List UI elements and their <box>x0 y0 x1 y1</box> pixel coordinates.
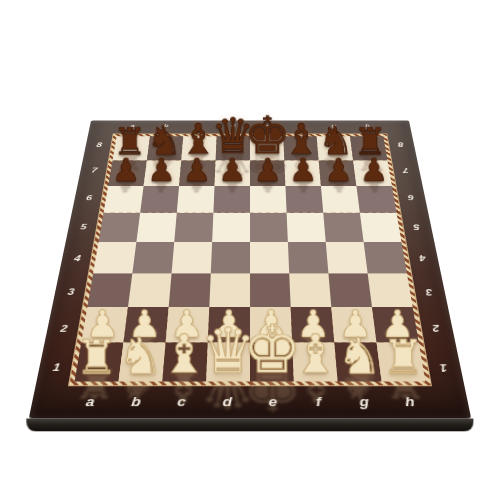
square-g2: ♟♟ <box>331 307 376 343</box>
white-pawn: ♟ <box>170 306 204 342</box>
rank-label: 8 <box>390 132 412 157</box>
square-c6 <box>177 186 215 213</box>
file-label: c <box>183 123 217 130</box>
square-f8: ♝♝ <box>283 136 318 160</box>
square-f6 <box>285 186 323 213</box>
chess-board: ♜♜♞♞♝♝♛♛♚♚♝♝♞♞♜♜♟♟♟♟♟♟♟♟♟♟♟♟♟♟♟♟♟♟♟♟♟♟♟♟… <box>29 120 471 418</box>
square-a6 <box>103 186 143 213</box>
rank-label: 2 <box>49 310 78 348</box>
square-a5 <box>98 213 140 242</box>
square-d4 <box>211 242 250 273</box>
product-photo: ♜♜♞♞♝♝♛♛♚♚♝♝♞♞♜♜♟♟♟♟♟♟♟♟♟♟♟♟♟♟♟♟♟♟♟♟♟♟♟♟… <box>0 0 500 500</box>
file-label: a <box>66 394 114 412</box>
square-a7: ♟♟ <box>108 160 147 186</box>
square-e6 <box>250 186 287 213</box>
square-f1: ♝♝ <box>292 343 338 382</box>
rank-label: 5 <box>71 212 96 242</box>
square-c3 <box>169 273 211 306</box>
rank-label: 7 <box>82 157 105 183</box>
rank-label: 2 <box>422 310 451 348</box>
file-labels-top: abcdefgh <box>115 123 385 130</box>
rank-label: 3 <box>415 275 443 310</box>
square-f4 <box>288 242 329 273</box>
square-b4 <box>132 242 174 273</box>
square-g7: ♟♟ <box>319 160 357 186</box>
white-pawn: ♟ <box>381 306 415 342</box>
square-d6 <box>213 186 250 213</box>
square-h1: ♜♜ <box>377 343 426 382</box>
white-rook: ♜ <box>382 336 424 381</box>
square-f7: ♟♟ <box>284 160 321 186</box>
rank-label: 3 <box>57 275 85 310</box>
square-a2: ♟♟ <box>81 307 128 343</box>
black-pawn: ♟ <box>289 155 317 185</box>
square-b8: ♞♞ <box>147 136 183 160</box>
white-knight: ♞ <box>118 332 163 380</box>
square-d7: ♟♟ <box>215 160 250 186</box>
square-a3 <box>87 273 132 306</box>
file-labels-bottom: abcdefgh <box>66 394 435 412</box>
rank-label: 4 <box>64 242 91 274</box>
rank-label: 4 <box>409 242 436 274</box>
rank-label: 1 <box>41 347 72 388</box>
square-c4 <box>172 242 213 273</box>
black-rook: ♜ <box>354 124 387 159</box>
rank-label: 6 <box>399 184 423 212</box>
rank-label: 7 <box>394 157 417 183</box>
square-b5 <box>136 213 176 242</box>
white-knight: ♞ <box>337 332 382 380</box>
square-b1: ♞♞ <box>118 343 165 382</box>
square-h2: ♟♟ <box>372 307 419 343</box>
square-e5 <box>250 213 288 242</box>
perspective-scene: ♜♜♞♞♝♝♛♛♚♚♝♝♞♞♜♜♟♟♟♟♟♟♟♟♟♟♟♟♟♟♟♟♟♟♟♟♟♟♟♟… <box>0 0 500 500</box>
square-c5 <box>174 213 213 242</box>
square-f2: ♟♟ <box>291 307 335 343</box>
white-queen: ♛ <box>200 321 256 380</box>
square-h7: ♟♟ <box>353 160 392 186</box>
file-label: e <box>250 394 296 412</box>
square-c1: ♝♝ <box>162 343 208 382</box>
square-f3 <box>289 273 331 306</box>
square-a8: ♜♜ <box>113 136 150 160</box>
black-pawn: ♟ <box>183 155 211 185</box>
square-d2: ♟♟ <box>208 307 250 343</box>
square-d8: ♛♛ <box>216 136 250 160</box>
square-h4 <box>364 242 407 273</box>
file-label: h <box>350 123 385 130</box>
black-pawn: ♟ <box>147 155 175 185</box>
square-e1: ♚♚ <box>250 343 294 382</box>
rank-label: 6 <box>77 184 101 212</box>
rank-label: 8 <box>88 132 110 157</box>
square-e8: ♚♚ <box>250 136 284 160</box>
square-g5 <box>323 213 363 242</box>
white-pawn: ♟ <box>212 306 246 342</box>
black-pawn: ♟ <box>112 155 140 185</box>
file-label: b <box>149 123 183 130</box>
square-b6 <box>140 186 179 213</box>
board-grid: ♜♜♞♞♝♝♛♛♚♚♝♝♞♞♜♜♟♟♟♟♟♟♟♟♟♟♟♟♟♟♟♟♟♟♟♟♟♟♟♟… <box>75 136 426 381</box>
file-label: g <box>341 394 389 412</box>
white-pawn: ♟ <box>338 306 372 342</box>
decorative-mosaic-border: ♜♜♞♞♝♝♛♛♚♚♝♝♞♞♜♜♟♟♟♟♟♟♟♟♟♟♟♟♟♟♟♟♟♟♟♟♟♟♟♟… <box>68 133 432 386</box>
square-h6 <box>356 186 396 213</box>
black-pawn: ♟ <box>218 155 246 185</box>
square-b3 <box>128 273 172 306</box>
square-h3 <box>368 273 413 306</box>
square-a1: ♜♜ <box>75 343 124 382</box>
square-b2: ♟♟ <box>123 307 168 343</box>
black-queen: ♛ <box>211 113 255 159</box>
file-label: b <box>112 394 160 412</box>
square-h5 <box>360 213 402 242</box>
rank-label: 5 <box>404 212 429 242</box>
square-g8: ♞♞ <box>317 136 353 160</box>
white-pawn: ♟ <box>296 306 330 342</box>
square-e7: ♟♟ <box>250 160 285 186</box>
white-pawn: ♟ <box>86 306 120 342</box>
board-front-edge <box>26 418 473 431</box>
square-b7: ♟♟ <box>144 160 182 186</box>
square-g1: ♞♞ <box>334 343 381 382</box>
black-pawn: ♟ <box>324 155 352 185</box>
file-label: f <box>295 394 342 412</box>
file-label: a <box>115 123 150 130</box>
square-c8: ♝♝ <box>181 136 216 160</box>
file-label: f <box>283 123 317 130</box>
white-pawn: ♟ <box>128 306 162 342</box>
square-g6 <box>321 186 360 213</box>
square-h8: ♜♜ <box>350 136 387 160</box>
file-label: d <box>216 123 250 130</box>
black-pawn: ♟ <box>254 155 282 185</box>
square-d5 <box>212 213 250 242</box>
black-rook: ♜ <box>113 124 146 159</box>
square-f5 <box>287 213 326 242</box>
square-e4 <box>250 242 289 273</box>
square-d1: ♛♛ <box>206 343 250 382</box>
rank-label: 1 <box>428 347 459 388</box>
file-label: d <box>204 394 250 412</box>
file-label: c <box>158 394 205 412</box>
white-pawn: ♟ <box>254 306 288 342</box>
square-e3 <box>250 273 291 306</box>
square-c2: ♟♟ <box>166 307 210 343</box>
square-c7: ♟♟ <box>179 160 216 186</box>
black-pawn: ♟ <box>360 155 388 185</box>
square-e2: ♟♟ <box>250 307 292 343</box>
file-label: g <box>317 123 351 130</box>
square-g3 <box>328 273 372 306</box>
file-label: h <box>386 394 434 412</box>
square-d3 <box>209 273 250 306</box>
square-a4 <box>93 242 136 273</box>
file-label: e <box>250 123 284 130</box>
square-g4 <box>326 242 368 273</box>
white-rook: ♜ <box>75 336 117 381</box>
